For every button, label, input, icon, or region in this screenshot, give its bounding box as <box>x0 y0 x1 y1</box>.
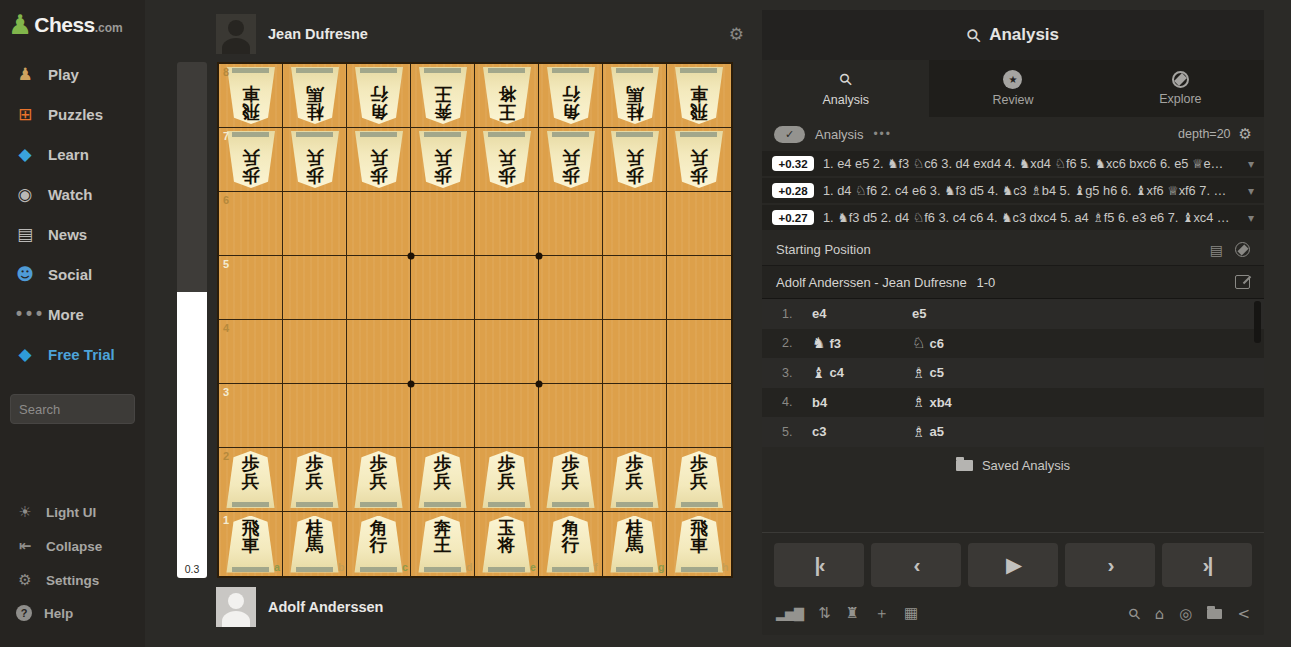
practice-target-icon[interactable]: ◎ <box>1179 605 1192 623</box>
engine-options-menu[interactable]: ••• <box>873 127 892 141</box>
piece-kanji: 玉将 <box>498 520 516 573</box>
black-piece-B[interactable]: 角行 <box>546 67 596 124</box>
square-d5[interactable] <box>411 256 475 320</box>
square-d2[interactable]: 歩兵 <box>411 448 475 512</box>
current-move-label: Starting Position <box>776 242 1198 257</box>
black-player-name: Jean Dufresne <box>268 26 368 42</box>
evaluation-bar-black <box>177 62 207 292</box>
piece-kanji: 歩兵 <box>562 131 580 184</box>
white-piece-P[interactable]: 歩兵 <box>354 451 404 508</box>
engine-line-2[interactable]: +0.281. d4 ♘f6 2. c4 e6 3. ♞f3 d5 4. ♞c3… <box>762 178 1264 203</box>
piece-kanji: 歩兵 <box>690 131 708 184</box>
white-piece-R[interactable]: 飛車 <box>226 516 276 573</box>
nav-buttons: |‹‹▶››| <box>774 543 1252 587</box>
more-icon: ••• <box>14 305 36 323</box>
black-piece-icon: ♗ <box>912 423 925 441</box>
square-d4[interactable] <box>411 320 475 384</box>
move-list-scrollbar[interactable] <box>1254 301 1261 343</box>
current-move-row[interactable]: Starting Position ▤ <box>762 234 1264 265</box>
rank-label-6: 6 <box>223 194 229 206</box>
square-e8[interactable]: 王将 <box>475 64 539 128</box>
engine-eval-badge: +0.27 <box>772 210 814 225</box>
square-h7[interactable]: 歩兵 <box>667 128 731 192</box>
rank-label-7: 7 <box>223 130 229 142</box>
square-f2[interactable]: 歩兵 <box>539 448 603 512</box>
sidebar: ♟ Chess .com ♟Play⊞Puzzles◆Learn◉Watch▤N… <box>0 0 145 647</box>
piece-kanji: 歩兵 <box>242 455 260 508</box>
rank-label-4: 4 <box>223 322 229 334</box>
search-box <box>10 394 135 424</box>
flip-board-icon[interactable]: ⇅ <box>818 604 831 622</box>
sidebar-item-label: Social <box>48 266 92 283</box>
news-icon: ▤ <box>14 225 36 243</box>
file-label-d: d <box>466 561 472 573</box>
piece-kanji: 歩兵 <box>434 455 452 508</box>
engine-eval-badge: +0.32 <box>772 156 814 171</box>
footer-item-light-ui[interactable]: ☀Light UI <box>0 495 145 529</box>
square-b7[interactable]: 歩兵 <box>283 128 347 192</box>
file-label-e: e <box>530 561 536 573</box>
board-star-point <box>536 381 543 388</box>
library-icon[interactable]: ⌂ <box>1155 605 1165 623</box>
free-trial-icon: ◆ <box>14 345 36 363</box>
player-row-bottom: Adolf Anderssen <box>216 587 744 627</box>
piece-kanji: 飛車 <box>242 67 260 120</box>
white-piece-K[interactable]: 玉将 <box>482 516 532 573</box>
collapse-icon: ⇤ <box>16 537 34 555</box>
square-e7[interactable]: 歩兵 <box>475 128 539 192</box>
pawn-logo-icon: ♟ <box>8 12 32 38</box>
file-label-h: h <box>722 561 728 573</box>
square-b2[interactable]: 歩兵 <box>283 448 347 512</box>
engine-line-moves: 1. ♞f3 d5 2. d4 ♘f6 3. c4 c6 4. ♞c3 dxc4… <box>823 210 1239 225</box>
move-text: c4 <box>829 365 843 380</box>
black-move[interactable]: ♗a5 <box>912 423 1012 441</box>
settings-icon: ⚙ <box>16 571 34 589</box>
engine-line-moves: 1. d4 ♘f6 2. c4 e6 3. ♞f3 d5 4. ♞c3 ♗b4 … <box>823 183 1239 198</box>
square-b8[interactable]: 桂馬 <box>283 64 347 128</box>
footer-item-label: Light UI <box>46 505 96 520</box>
white-move[interactable]: b4 <box>812 395 912 410</box>
white-piece-B[interactable]: 角行 <box>354 516 404 573</box>
move-number: 2. <box>762 336 812 350</box>
learn-icon: ◆ <box>14 145 36 163</box>
file-label-c: c <box>402 561 408 573</box>
sidebar-item-puzzles[interactable]: ⊞Puzzles <box>0 94 145 134</box>
board-star-point <box>408 253 415 260</box>
square-d3[interactable] <box>411 384 475 448</box>
brand-suffix: .com <box>95 21 123 35</box>
engine-settings-gear-icon[interactable]: ⚙ <box>1239 125 1252 143</box>
square-d6[interactable] <box>411 192 475 256</box>
sidebar-item-learn[interactable]: ◆Learn <box>0 134 145 174</box>
footer-item-label: Collapse <box>46 539 102 554</box>
move-text: e4 <box>812 306 826 321</box>
black-piece-P[interactable]: 歩兵 <box>290 131 340 188</box>
engine-eval-badge: +0.28 <box>772 183 814 198</box>
compass-icon <box>1172 71 1189 88</box>
square-g5[interactable] <box>603 256 667 320</box>
share-icon[interactable]: < <box>1237 605 1250 623</box>
sidebar-item-label: More <box>48 306 84 323</box>
square-c2[interactable]: 歩兵 <box>347 448 411 512</box>
engine-line-3[interactable]: +0.271. ♞f3 d5 2. d4 ♘f6 3. c4 c6 4. ♞c3… <box>762 205 1264 230</box>
board-grid: 飛車桂馬角行奔王王将角行桂馬飛車歩兵歩兵歩兵歩兵歩兵歩兵歩兵歩兵歩兵歩兵歩兵歩兵… <box>219 64 731 576</box>
board-zone: 0.3 飛車桂馬角行奔王王将角行桂馬飛車歩兵歩兵歩兵歩兵歩兵歩兵歩兵歩兵歩兵歩兵… <box>177 62 760 578</box>
square-d8[interactable]: 奔王 <box>411 64 475 128</box>
square-f7[interactable]: 歩兵 <box>539 128 603 192</box>
game-result: 1-0 <box>976 275 995 290</box>
avatar-white-player[interactable] <box>216 587 256 627</box>
board-star-point <box>536 253 543 260</box>
sidebar-item-label: Play <box>48 66 79 83</box>
piece-kanji: 飛車 <box>690 67 708 120</box>
setup-board-icon[interactable]: ▦ <box>904 604 918 622</box>
game-block: Adolf Anderssen - Jean Dufresne 1-0 1.e4… <box>762 265 1264 485</box>
move-row: 2.♞f3♘c6 <box>762 329 1264 359</box>
move-number: 5. <box>762 425 812 439</box>
tools-row: ▂▅▇⇅♜＋▦ ⚲⌂◎< <box>776 604 1250 623</box>
tab-label: Analysis <box>822 93 869 107</box>
magnifier-icon: ⚲ <box>835 69 857 91</box>
analysis-panel: ⚲ Analysis ⚲Analysis★ReviewExplore ✓ Ana… <box>762 10 1264 635</box>
white-piece-P[interactable]: 歩兵 <box>482 451 532 508</box>
rank-label-8: 8 <box>223 66 229 78</box>
square-g8[interactable]: 桂馬 <box>603 64 667 128</box>
analysis-magnifier-icon: ⚲ <box>961 23 985 47</box>
expand-line-caret-icon[interactable]: ▾ <box>1248 157 1254 171</box>
square-b3[interactable] <box>283 384 347 448</box>
move-list: 1.e4e52.♞f3♘c63.♝c4♗c54.b4♗xb45.c3♗a5 <box>762 299 1264 447</box>
piece-kanji: 歩兵 <box>498 455 516 508</box>
panel-tabs: ⚲Analysis★ReviewExplore <box>762 60 1264 117</box>
square-h6[interactable] <box>667 192 731 256</box>
piece-kanji: 角行 <box>370 67 388 120</box>
white-move[interactable]: ♝c4 <box>812 364 912 382</box>
file-label-a: a <box>274 561 280 573</box>
tab-analysis[interactable]: ⚲Analysis <box>762 60 929 117</box>
square-b4[interactable] <box>283 320 347 384</box>
square-c4[interactable] <box>347 320 411 384</box>
tools-right: ⚲⌂◎< <box>1114 605 1250 623</box>
file-label-b: b <box>338 561 344 573</box>
black-piece-R[interactable]: 飛車 <box>674 67 724 124</box>
piece-kanji: 歩兵 <box>370 455 388 508</box>
chesscom-logo[interactable]: ♟ Chess .com <box>0 0 145 48</box>
sidebar-item-label: Learn <box>48 146 89 163</box>
square-e6[interactable] <box>475 192 539 256</box>
file-label-f: f <box>594 561 598 573</box>
watch-icon: ◉ <box>14 185 36 203</box>
footer-item-collapse[interactable]: ⇤Collapse <box>0 529 145 563</box>
white-piece-R[interactable]: 飛車 <box>674 516 724 573</box>
piece-kanji: 歩兵 <box>498 131 516 184</box>
white-piece-icon: ♝ <box>812 364 825 382</box>
sidebar-footer: ☀Light UI⇤Collapse⚙Settings?Help <box>0 495 145 647</box>
black-piece-K[interactable]: 王将 <box>482 67 532 124</box>
go-to-start-button[interactable]: |‹ <box>774 543 864 587</box>
black-piece-P[interactable]: 歩兵 <box>354 131 404 188</box>
tab-review[interactable]: ★Review <box>929 60 1096 117</box>
file-label-g: g <box>658 561 664 573</box>
square-h5[interactable] <box>667 256 731 320</box>
move-row: 1.e4e5 <box>762 299 1264 329</box>
self-analysis-magnifier-icon[interactable]: ⚲ <box>1124 603 1145 624</box>
sidebar-item-free-trial[interactable]: ◆Free Trial <box>0 334 145 374</box>
white-piece-B[interactable]: 角行 <box>546 516 596 573</box>
help-icon: ? <box>16 605 32 621</box>
evaluation-bar-white: 0.3 <box>177 292 207 578</box>
square-g2[interactable]: 歩兵 <box>603 448 667 512</box>
piece-kanji: 角行 <box>370 520 388 573</box>
engine-toggle-row: ✓ Analysis ••• depth=20 ⚙ <box>762 117 1264 151</box>
folder-icon <box>956 460 973 471</box>
playback-controls: |‹‹▶››| ▂▅▇⇅♜＋▦ ⚲⌂◎< <box>762 532 1264 635</box>
square-g6[interactable] <box>603 192 667 256</box>
game-header: Adolf Anderssen - Jean Dufresne 1-0 <box>762 266 1264 299</box>
report-chart-icon[interactable]: ▂▅▇ <box>776 606 803 621</box>
saved-folder-icon[interactable] <box>1207 609 1222 619</box>
square-h4[interactable] <box>667 320 731 384</box>
sidebar-item-label: Watch <box>48 186 92 203</box>
star-circle-icon: ★ <box>1003 70 1022 89</box>
black-piece-P[interactable]: 歩兵 <box>482 131 532 188</box>
square-f4[interactable] <box>539 320 603 384</box>
sidebar-item-news[interactable]: ▤News <box>0 214 145 254</box>
square-g7[interactable]: 歩兵 <box>603 128 667 192</box>
saved-analysis-label: Saved Analysis <box>982 458 1070 473</box>
black-piece-P[interactable]: 歩兵 <box>418 131 468 188</box>
expand-line-caret-icon[interactable]: ▾ <box>1248 211 1254 225</box>
rank-label-3: 3 <box>223 386 229 398</box>
piece-kanji: 桂馬 <box>626 520 644 573</box>
black-move[interactable]: ♗c5 <box>912 364 1012 382</box>
piece-kanji: 飛車 <box>242 520 260 573</box>
saved-analysis-button[interactable]: Saved Analysis <box>762 447 1264 485</box>
move-text: xb4 <box>929 395 951 410</box>
go-to-end-button[interactable]: ›| <box>1162 543 1252 587</box>
sidebar-item-play[interactable]: ♟Play <box>0 54 145 94</box>
white-move[interactable]: e4 <box>812 306 912 321</box>
analysis-toggle-label: Analysis <box>815 127 863 142</box>
opening-book-icon[interactable]: ▤ <box>1210 242 1223 258</box>
black-piece-icon: ♗ <box>912 393 925 411</box>
step-forward-button[interactable]: › <box>1065 543 1155 587</box>
edit-game-icon[interactable] <box>1235 275 1250 289</box>
square-f6[interactable] <box>539 192 603 256</box>
engine-lines: +0.321. e4 e5 2. ♞f3 ♘c6 3. d4 exd4 4. ♞… <box>762 151 1264 234</box>
square-g3[interactable] <box>603 384 667 448</box>
piece-kanji: 奔王 <box>434 520 452 573</box>
piece-kanji: 王将 <box>498 67 516 120</box>
engine-line-moves: 1. e4 e5 2. ♞f3 ♘c6 3. d4 exd4 4. ♞xd4 ♘… <box>823 156 1239 171</box>
move-number: 4. <box>762 395 812 409</box>
autoplay-button[interactable]: ▶ <box>968 543 1058 587</box>
square-e2[interactable]: 歩兵 <box>475 448 539 512</box>
sidebar-item-more[interactable]: •••More <box>0 294 145 334</box>
black-piece-P[interactable]: 歩兵 <box>674 131 724 188</box>
social-icon: ☻ <box>14 265 36 283</box>
step-back-button[interactable]: ‹ <box>871 543 961 587</box>
engine-line-1[interactable]: +0.321. e4 e5 2. ♞f3 ♘c6 3. d4 exd4 4. ♞… <box>762 151 1264 176</box>
square-f5[interactable] <box>539 256 603 320</box>
square-h8[interactable]: 飛車 <box>667 64 731 128</box>
piece-kanji: 歩兵 <box>242 131 260 184</box>
sidebar-item-social[interactable]: ☻Social <box>0 254 145 294</box>
black-piece-R[interactable]: 飛車 <box>226 67 276 124</box>
sidebar-item-label: News <box>48 226 87 243</box>
square-c7[interactable]: 歩兵 <box>347 128 411 192</box>
black-piece-icon: ♘ <box>912 334 925 352</box>
piece-kanji: 歩兵 <box>626 131 644 184</box>
square-c5[interactable] <box>347 256 411 320</box>
black-piece-N[interactable]: 桂馬 <box>610 67 660 124</box>
piece-kanji: 歩兵 <box>370 131 388 184</box>
move-number: 1. <box>762 307 812 321</box>
tab-label: Review <box>992 93 1033 107</box>
square-f8[interactable]: 角行 <box>539 64 603 128</box>
piece-kanji: 歩兵 <box>434 131 452 184</box>
shogi-style-chess-board[interactable]: 飛車桂馬角行奔王王将角行桂馬飛車歩兵歩兵歩兵歩兵歩兵歩兵歩兵歩兵歩兵歩兵歩兵歩兵… <box>217 62 733 578</box>
rank-label-1: 1 <box>223 514 229 526</box>
panel-title: Analysis <box>989 25 1059 45</box>
white-move[interactable]: c3 <box>812 424 912 439</box>
brand-text: Chess <box>34 13 95 37</box>
white-piece-N[interactable]: 桂馬 <box>610 516 660 573</box>
expand-line-caret-icon[interactable]: ▾ <box>1248 184 1254 198</box>
move-text: b4 <box>812 395 827 410</box>
black-piece-P[interactable]: 歩兵 <box>546 131 596 188</box>
piece-kanji: 歩兵 <box>562 455 580 508</box>
piece-kanji: 奔王 <box>434 67 452 120</box>
rank-label-5: 5 <box>223 258 229 270</box>
square-c6[interactable] <box>347 192 411 256</box>
piece-kanji: 歩兵 <box>690 455 708 508</box>
footer-item-settings[interactable]: ⚙Settings <box>0 563 145 597</box>
piece-kanji: 歩兵 <box>626 455 644 508</box>
black-piece-B[interactable]: 角行 <box>354 67 404 124</box>
white-move[interactable]: ♞f3 <box>812 334 912 352</box>
sidebar-item-label: Free Trial <box>48 346 115 363</box>
piece-kanji: 歩兵 <box>306 131 324 184</box>
evaluation-bar: 0.3 <box>177 62 207 578</box>
move-text: c5 <box>929 365 943 380</box>
board-settings-gear-icon[interactable]: ⚙ <box>729 24 744 44</box>
analysis-toggle-checkbox[interactable]: ✓ <box>774 126 805 143</box>
square-h3[interactable] <box>667 384 731 448</box>
white-piece-P[interactable]: 歩兵 <box>418 451 468 508</box>
square-g4[interactable] <box>603 320 667 384</box>
square-e3[interactable] <box>475 384 539 448</box>
piece-kanji: 角行 <box>562 520 580 573</box>
move-text: e5 <box>912 306 926 321</box>
black-move[interactable]: ♗xb4 <box>912 393 1012 411</box>
square-f3[interactable] <box>539 384 603 448</box>
light-ui-icon: ☀ <box>16 503 34 521</box>
sidebar-nav: ♟Play⊞Puzzles◆Learn◉Watch▤News☻Social•••… <box>0 54 145 374</box>
black-move[interactable]: e5 <box>912 306 1012 321</box>
move-text: a5 <box>929 424 943 439</box>
move-text: c3 <box>812 424 826 439</box>
white-piece-icon: ♞ <box>812 334 825 352</box>
white-piece-P[interactable]: 歩兵 <box>226 451 276 508</box>
player-row-top: Jean Dufresne ⚙ <box>216 14 744 54</box>
compass-icon[interactable] <box>1235 242 1250 257</box>
tab-label: Explore <box>1159 92 1201 106</box>
move-text: f3 <box>829 336 841 351</box>
add-variation-icon[interactable]: ＋ <box>874 604 889 623</box>
black-piece-icon: ♗ <box>912 364 925 382</box>
board-star-point <box>408 381 415 388</box>
move-number: 3. <box>762 366 812 380</box>
piece-kanji: 角行 <box>562 67 580 120</box>
piece-kanji: 桂馬 <box>626 67 644 120</box>
board-column: Jean Dufresne ⚙ 0.3 飛車桂馬角行奔王王将角行桂馬飛車歩兵歩兵… <box>145 0 760 647</box>
play-icon: ♟ <box>14 65 36 83</box>
sidebar-item-label: Puzzles <box>48 106 103 123</box>
panel-header: ⚲ Analysis <box>762 10 1264 60</box>
footer-item-label: Help <box>44 606 73 621</box>
white-piece-P[interactable]: 歩兵 <box>674 451 724 508</box>
avatar-black-player[interactable] <box>216 14 256 54</box>
black-piece-Q[interactable]: 奔王 <box>418 67 468 124</box>
square-c3[interactable] <box>347 384 411 448</box>
square-b6[interactable] <box>283 192 347 256</box>
square-e5[interactable] <box>475 256 539 320</box>
tab-explore[interactable]: Explore <box>1097 60 1264 117</box>
square-h2[interactable]: 歩兵 <box>667 448 731 512</box>
game-title: Adolf Anderssen - Jean Dufresne 1-0 <box>776 275 995 290</box>
engine-depth-label: depth=20 <box>1178 127 1230 141</box>
footer-item-help[interactable]: ?Help <box>0 597 145 629</box>
black-move[interactable]: ♘c6 <box>912 334 1012 352</box>
rank-label-2: 2 <box>223 450 229 462</box>
white-piece-P[interactable]: 歩兵 <box>610 451 660 508</box>
piece-kanji: 歩兵 <box>306 455 324 508</box>
black-piece-P[interactable]: 歩兵 <box>226 131 276 188</box>
piece-kanji: 桂馬 <box>306 520 324 573</box>
piece-kanji: 桂馬 <box>306 67 324 120</box>
move-row: 5.c3♗a5 <box>762 417 1264 447</box>
puzzles-icon: ⊞ <box>14 105 36 123</box>
move-text: c6 <box>929 336 943 351</box>
black-piece-P[interactable]: 歩兵 <box>610 131 660 188</box>
white-player-name: Adolf Anderssen <box>268 599 383 615</box>
white-piece-Q[interactable]: 奔王 <box>418 516 468 573</box>
tools-left: ▂▅▇⇅♜＋▦ <box>776 604 933 623</box>
white-piece-P[interactable]: 歩兵 <box>546 451 596 508</box>
search-input[interactable] <box>10 394 135 424</box>
square-c8[interactable]: 角行 <box>347 64 411 128</box>
square-b5[interactable] <box>283 256 347 320</box>
threats-icon[interactable]: ♜ <box>846 604 859 622</box>
white-piece-N[interactable]: 桂馬 <box>290 516 340 573</box>
square-e4[interactable] <box>475 320 539 384</box>
move-row: 3.♝c4♗c5 <box>762 358 1264 388</box>
sidebar-item-watch[interactable]: ◉Watch <box>0 174 145 214</box>
evaluation-score: 0.3 <box>185 563 200 578</box>
square-d7[interactable]: 歩兵 <box>411 128 475 192</box>
black-piece-N[interactable]: 桂馬 <box>290 67 340 124</box>
white-piece-P[interactable]: 歩兵 <box>290 451 340 508</box>
move-row: 4.b4♗xb4 <box>762 388 1264 418</box>
footer-item-label: Settings <box>46 573 99 588</box>
piece-kanji: 飛車 <box>690 520 708 573</box>
